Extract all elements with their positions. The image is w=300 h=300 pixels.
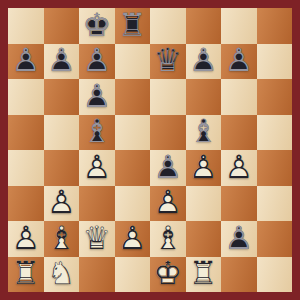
square-d8[interactable]: ♜♖ <box>115 8 151 44</box>
black-pawn-outline: ♙ <box>186 44 222 80</box>
black-queen: ♛ <box>150 44 186 80</box>
white-pawn-outline: ♙ <box>221 150 257 186</box>
white-bishop: ♝ <box>44 221 80 257</box>
square-f6[interactable] <box>186 79 222 115</box>
black-bishop: ♝ <box>79 115 115 151</box>
square-h8[interactable] <box>257 8 293 44</box>
square-h5[interactable] <box>257 115 293 151</box>
square-b6[interactable] <box>44 79 80 115</box>
square-b1[interactable]: ♞♘ <box>44 257 80 293</box>
square-e8[interactable] <box>150 8 186 44</box>
square-a5[interactable] <box>8 115 44 151</box>
square-d6[interactable] <box>115 79 151 115</box>
white-pawn: ♟ <box>44 186 80 222</box>
square-f8[interactable] <box>186 8 222 44</box>
square-g8[interactable] <box>221 8 257 44</box>
square-g5[interactable] <box>221 115 257 151</box>
square-e4[interactable]: ♟♙ <box>150 150 186 186</box>
square-c3[interactable] <box>79 186 115 222</box>
square-f1[interactable]: ♜♖ <box>186 257 222 293</box>
square-h7[interactable] <box>257 44 293 80</box>
black-queen-outline: ♕ <box>150 44 186 80</box>
black-pawn-outline: ♙ <box>221 44 257 80</box>
square-h2[interactable] <box>257 221 293 257</box>
white-knight-outline: ♘ <box>44 257 80 293</box>
square-e6[interactable] <box>150 79 186 115</box>
square-e5[interactable] <box>150 115 186 151</box>
white-bishop: ♝ <box>150 221 186 257</box>
square-h1[interactable] <box>257 257 293 293</box>
white-queen-outline: ♕ <box>79 221 115 257</box>
square-h6[interactable] <box>257 79 293 115</box>
white-king-outline: ♔ <box>150 257 186 293</box>
square-a1[interactable]: ♜♖ <box>8 257 44 293</box>
square-a6[interactable] <box>8 79 44 115</box>
black-pawn-outline: ♙ <box>79 44 115 80</box>
white-pawn-outline: ♙ <box>115 221 151 257</box>
black-pawn-outline: ♙ <box>8 44 44 80</box>
square-f7[interactable]: ♟♙ <box>186 44 222 80</box>
black-pawn: ♟ <box>79 44 115 80</box>
square-f2[interactable] <box>186 221 222 257</box>
square-g3[interactable] <box>221 186 257 222</box>
square-d2[interactable]: ♟♙ <box>115 221 151 257</box>
black-pawn-outline: ♙ <box>79 79 115 115</box>
square-f5[interactable]: ♝♗ <box>186 115 222 151</box>
black-pawn-outline: ♙ <box>221 221 257 257</box>
white-rook: ♜ <box>8 257 44 293</box>
square-d3[interactable] <box>115 186 151 222</box>
black-pawn-outline: ♙ <box>44 44 80 80</box>
square-e3[interactable]: ♟♙ <box>150 186 186 222</box>
square-b2[interactable]: ♝♗ <box>44 221 80 257</box>
chess-board: ♚♔♜♖♟♙♟♙♟♙♛♕♟♙♟♙♟♙♝♗♝♗♟♙♟♙♟♙♟♙♟♙♟♙♟♙♝♗♛♕… <box>8 8 292 292</box>
square-h4[interactable] <box>257 150 293 186</box>
black-pawn: ♟ <box>221 221 257 257</box>
black-pawn: ♟ <box>44 44 80 80</box>
black-rook-outline: ♖ <box>115 8 151 44</box>
square-g4[interactable]: ♟♙ <box>221 150 257 186</box>
white-bishop-outline: ♗ <box>150 221 186 257</box>
white-pawn-outline: ♙ <box>150 186 186 222</box>
white-pawn: ♟ <box>115 221 151 257</box>
square-e1[interactable]: ♚♔ <box>150 257 186 293</box>
square-b8[interactable] <box>44 8 80 44</box>
black-pawn-outline: ♙ <box>150 150 186 186</box>
square-c7[interactable]: ♟♙ <box>79 44 115 80</box>
white-rook: ♜ <box>186 257 222 293</box>
white-pawn-outline: ♙ <box>8 221 44 257</box>
square-a4[interactable] <box>8 150 44 186</box>
square-d7[interactable] <box>115 44 151 80</box>
square-a2[interactable]: ♟♙ <box>8 221 44 257</box>
white-queen: ♛ <box>79 221 115 257</box>
white-king: ♚ <box>150 257 186 293</box>
square-d4[interactable] <box>115 150 151 186</box>
square-b4[interactable] <box>44 150 80 186</box>
square-a8[interactable] <box>8 8 44 44</box>
black-bishop: ♝ <box>186 115 222 151</box>
black-rook: ♜ <box>115 8 151 44</box>
chess-board-frame: ♚♔♜♖♟♙♟♙♟♙♛♕♟♙♟♙♟♙♝♗♝♗♟♙♟♙♟♙♟♙♟♙♟♙♟♙♝♗♛♕… <box>0 0 300 300</box>
white-rook-outline: ♖ <box>186 257 222 293</box>
square-c2[interactable]: ♛♕ <box>79 221 115 257</box>
white-pawn: ♟ <box>221 150 257 186</box>
black-bishop-outline: ♗ <box>186 115 222 151</box>
white-pawn-outline: ♙ <box>186 150 222 186</box>
square-h3[interactable] <box>257 186 293 222</box>
black-pawn: ♟ <box>79 79 115 115</box>
square-c6[interactable]: ♟♙ <box>79 79 115 115</box>
square-c5[interactable]: ♝♗ <box>79 115 115 151</box>
square-e2[interactable]: ♝♗ <box>150 221 186 257</box>
black-king: ♚ <box>79 8 115 44</box>
white-pawn-outline: ♙ <box>44 186 80 222</box>
square-c4[interactable]: ♟♙ <box>79 150 115 186</box>
square-b7[interactable]: ♟♙ <box>44 44 80 80</box>
square-d1[interactable] <box>115 257 151 293</box>
square-g6[interactable] <box>221 79 257 115</box>
square-g2[interactable]: ♟♙ <box>221 221 257 257</box>
black-pawn: ♟ <box>221 44 257 80</box>
white-pawn: ♟ <box>150 186 186 222</box>
black-pawn: ♟ <box>150 150 186 186</box>
square-f3[interactable] <box>186 186 222 222</box>
square-a7[interactable]: ♟♙ <box>8 44 44 80</box>
square-b3[interactable]: ♟♙ <box>44 186 80 222</box>
square-d5[interactable] <box>115 115 151 151</box>
black-pawn: ♟ <box>8 44 44 80</box>
black-bishop-outline: ♗ <box>79 115 115 151</box>
square-e7[interactable]: ♛♕ <box>150 44 186 80</box>
square-g1[interactable] <box>221 257 257 293</box>
white-pawn: ♟ <box>8 221 44 257</box>
white-pawn: ♟ <box>186 150 222 186</box>
white-rook-outline: ♖ <box>8 257 44 293</box>
square-b5[interactable] <box>44 115 80 151</box>
square-f4[interactable]: ♟♙ <box>186 150 222 186</box>
white-knight: ♞ <box>44 257 80 293</box>
white-pawn: ♟ <box>79 150 115 186</box>
square-c8[interactable]: ♚♔ <box>79 8 115 44</box>
square-a3[interactable] <box>8 186 44 222</box>
white-bishop-outline: ♗ <box>44 221 80 257</box>
black-pawn: ♟ <box>186 44 222 80</box>
square-g7[interactable]: ♟♙ <box>221 44 257 80</box>
square-c1[interactable] <box>79 257 115 293</box>
black-king-outline: ♔ <box>79 8 115 44</box>
white-pawn-outline: ♙ <box>79 150 115 186</box>
